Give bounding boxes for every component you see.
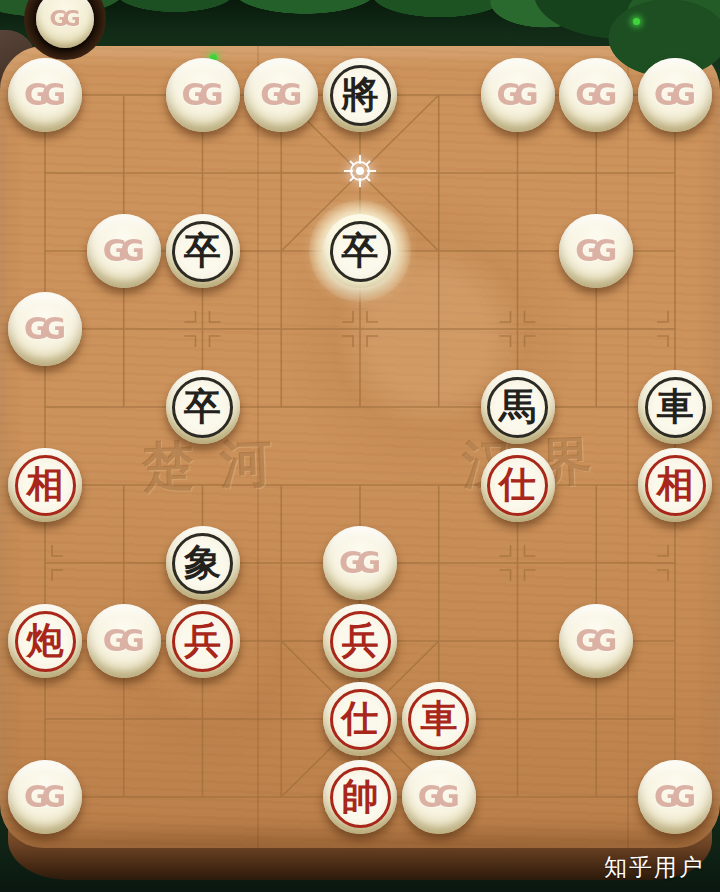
piece-black-soldier[interactable]: 卒 [166, 214, 240, 288]
gg-logo: GG [103, 236, 145, 266]
gg-logo: GG [575, 236, 617, 266]
piece-red-elephant[interactable]: 相 [8, 448, 82, 522]
piece-black-soldier[interactable]: 卒 [166, 370, 240, 444]
captured-hidden-piece: GG [36, 0, 94, 48]
piece-black-chariot[interactable]: 車 [638, 370, 712, 444]
piece-red-chariot[interactable]: 車 [402, 682, 476, 756]
piece-red-cannon[interactable]: 炮 [8, 604, 82, 678]
gg-logo: GG [260, 80, 302, 110]
piece-black-general[interactable]: 將 [323, 58, 397, 132]
glow-dot [633, 18, 640, 25]
gg-logo: GG [575, 80, 617, 110]
piece-black-horse[interactable]: 馬 [481, 370, 555, 444]
piece-face: 象 [172, 533, 233, 594]
piece-face: 相 [645, 455, 706, 516]
gg-logo: GG [24, 80, 66, 110]
gg-logo: GG [496, 80, 538, 110]
piece-face: 兵 [172, 611, 233, 672]
piece-red-general[interactable]: 帥 [323, 760, 397, 834]
piece-hidden[interactable]: GG [638, 760, 712, 834]
game-screen: 楚河 汉界 GGGGGG將GGGGGGGG卒卒GGGG卒馬車相仕相象GG炮GG兵… [0, 0, 720, 892]
piece-hidden[interactable]: GG [87, 604, 161, 678]
piece-hidden[interactable]: GG [8, 292, 82, 366]
gg-logo: GG [654, 80, 696, 110]
piece-hidden[interactable]: GG [87, 214, 161, 288]
piece-red-advisor[interactable]: 仕 [323, 682, 397, 756]
piece-hidden[interactable]: GG [323, 526, 397, 600]
piece-hidden[interactable]: GG [244, 58, 318, 132]
piece-black-elephant[interactable]: 象 [166, 526, 240, 600]
piece-hidden[interactable]: GG [166, 58, 240, 132]
piece-face: 帥 [330, 767, 391, 828]
piece-hidden[interactable]: GG [559, 58, 633, 132]
piece-hidden[interactable]: GG [402, 760, 476, 834]
last-move-marker [342, 153, 378, 193]
piece-red-advisor[interactable]: 仕 [481, 448, 555, 522]
watermark-text: 知乎用户 [604, 852, 704, 883]
piece-face: 將 [330, 65, 391, 126]
gg-logo: GG [418, 782, 460, 812]
piece-face: 卒 [330, 221, 391, 282]
piece-face: 車 [645, 377, 706, 438]
piece-hidden[interactable]: GG [481, 58, 555, 132]
piece-red-soldier[interactable]: 兵 [166, 604, 240, 678]
gg-logo: GG [24, 314, 66, 344]
piece-face: 卒 [172, 377, 233, 438]
piece-face: 車 [408, 689, 469, 750]
piece-black-soldier[interactable]: 卒 [323, 214, 397, 288]
piece-red-elephant[interactable]: 相 [638, 448, 712, 522]
piece-face: 仕 [330, 689, 391, 750]
piece-hidden[interactable]: GG [559, 214, 633, 288]
piece-red-soldier[interactable]: 兵 [323, 604, 397, 678]
gg-logo: GG [339, 548, 381, 578]
gg-logo: GG [654, 782, 696, 812]
piece-face: 卒 [172, 221, 233, 282]
gg-logo: GG [181, 80, 223, 110]
piece-face: 炮 [15, 611, 76, 672]
gg-logo: GG [103, 626, 145, 656]
piece-hidden[interactable]: GG [559, 604, 633, 678]
gg-logo: GG [49, 8, 80, 30]
gg-logo: GG [24, 782, 66, 812]
piece-hidden[interactable]: GG [8, 760, 82, 834]
piece-face: 仕 [487, 455, 548, 516]
piece-face: 相 [15, 455, 76, 516]
gg-logo: GG [575, 626, 617, 656]
piece-hidden[interactable]: GG [8, 58, 82, 132]
piece-hidden[interactable]: GG [638, 58, 712, 132]
piece-face: 馬 [487, 377, 548, 438]
piece-face: 兵 [330, 611, 391, 672]
